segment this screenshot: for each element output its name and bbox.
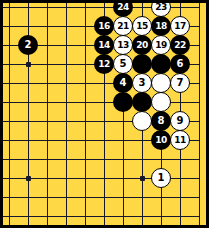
move-number: 16 xyxy=(98,22,109,31)
move-number: 24 xyxy=(117,3,128,12)
move-number: 9 xyxy=(177,116,184,126)
stone-black-4-P15: 4 xyxy=(113,73,133,93)
move-number: 6 xyxy=(177,59,184,69)
stone-white-plain-R14 xyxy=(151,92,171,112)
move-number: 20 xyxy=(136,41,147,50)
move-number: 4 xyxy=(120,78,127,88)
move-number: 12 xyxy=(98,60,109,69)
stone-white-13-P17: 13 xyxy=(113,35,133,55)
stone-black-plain-P14 xyxy=(113,92,133,112)
stone-black-plain-Q14 xyxy=(132,92,152,112)
stone-white-15-Q18: 15 xyxy=(132,16,152,36)
stone-white-21-P18: 21 xyxy=(113,16,133,36)
move-number: 17 xyxy=(174,22,185,31)
move-number: 23 xyxy=(155,3,166,12)
stone-white-23-R19: 23 xyxy=(151,0,171,17)
stone-black-24-P19: 24 xyxy=(113,0,133,17)
move-number: 2 xyxy=(25,40,32,50)
stone-white-17-S18: 17 xyxy=(170,16,190,36)
stone-white-1-R10: 1 xyxy=(151,168,171,188)
board-stones-layer: 242316211518172141320192212564378910111 xyxy=(0,0,209,226)
move-number: 11 xyxy=(174,136,185,145)
stone-black-plain-R16 xyxy=(151,54,171,74)
move-number: 5 xyxy=(120,59,127,69)
stone-white-9-S13: 9 xyxy=(170,111,190,131)
stone-black-2-K17: 2 xyxy=(18,35,38,55)
stone-white-5-P16: 5 xyxy=(113,54,133,74)
move-number: 22 xyxy=(174,41,185,50)
stone-white-19-R17: 19 xyxy=(151,35,171,55)
stone-white-plain-Q13 xyxy=(132,111,152,131)
move-number: 21 xyxy=(117,22,128,31)
move-number: 18 xyxy=(155,22,166,31)
stone-black-16-O18: 16 xyxy=(94,16,114,36)
stone-black-plain-Q16 xyxy=(132,54,152,74)
move-number: 19 xyxy=(155,41,166,50)
stone-black-18-R18: 18 xyxy=(151,16,171,36)
stone-black-22-S17: 22 xyxy=(170,35,190,55)
stone-black-20-Q17: 20 xyxy=(132,35,152,55)
stone-white-7-S15: 7 xyxy=(170,73,190,93)
stone-black-14-O17: 14 xyxy=(94,35,114,55)
stone-black-8-R13: 8 xyxy=(151,111,171,131)
stone-black-12-O16: 12 xyxy=(94,54,114,74)
move-number: 10 xyxy=(155,136,166,145)
move-number: 15 xyxy=(136,22,147,31)
stone-white-11-S12: 11 xyxy=(170,130,190,150)
move-number: 14 xyxy=(98,41,109,50)
move-number: 1 xyxy=(158,173,165,183)
move-number: 8 xyxy=(158,116,165,126)
move-number: 3 xyxy=(139,78,146,88)
move-number: 13 xyxy=(117,41,128,50)
stone-black-10-R12: 10 xyxy=(151,130,171,150)
stone-black-6-S16: 6 xyxy=(170,54,190,74)
move-number: 7 xyxy=(177,78,184,88)
stone-white-3-Q15: 3 xyxy=(132,73,152,93)
go-board-diagram: 242316211518172141320192212564378910111 xyxy=(0,0,209,228)
stone-white-plain-R15 xyxy=(151,73,171,93)
